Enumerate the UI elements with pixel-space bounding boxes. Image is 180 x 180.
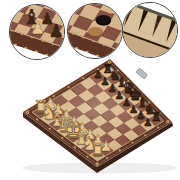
black-pawn: ♟ [143, 116, 153, 129]
product-photo: ♜♞♝♛♚♝♞♜♟♟♟♟♟♟♟♟♟♟♟♟♟♟♟♟♜♞♝♛♚♝♞♜ ♝ ♟ ♟ ♟ [0, 0, 180, 180]
inset-chess-closeup: ♝ ♟ ♟ ♟ [9, 4, 65, 60]
clasp-icon [136, 68, 148, 79]
inset-checkers-closeup [67, 3, 123, 59]
white-pawn-icon: ♟ [30, 20, 45, 37]
white-rook: ♜ [90, 140, 106, 160]
inset-backgammon-closeup [122, 2, 178, 58]
black-checker [96, 15, 111, 24]
wood-checker [88, 27, 103, 36]
black-pawn-icon: ♟ [48, 22, 64, 40]
